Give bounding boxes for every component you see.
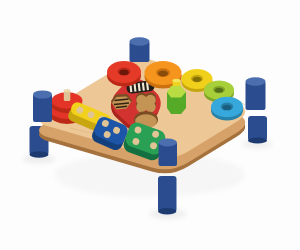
ring-cyan-hole: [223, 105, 232, 110]
flower-hole-floor: [136, 95, 155, 112]
back-leg-top-cap: [130, 37, 150, 45]
back-leg-top: [130, 37, 150, 62]
right-leg: [248, 116, 267, 141]
front-leg-top: [159, 139, 178, 167]
flower-hole: [136, 92, 156, 112]
right-leg-foot: [248, 138, 267, 144]
front-leg: [158, 176, 177, 214]
right-leg-top-cap: [246, 77, 266, 85]
right-leg-top: [246, 77, 266, 110]
ring-cyan: [211, 97, 243, 121]
front-leg-foot: [158, 208, 176, 214]
front-leg-body: [158, 176, 177, 212]
ring-red-hole: [119, 69, 129, 75]
hexagon-block-knob-top: [173, 79, 181, 83]
ring-red: [107, 61, 141, 87]
ring-orange-hole: [158, 70, 168, 76]
stack-peg-top: [64, 89, 71, 92]
product-photo: [0, 0, 300, 250]
ring-green-hole: [215, 88, 223, 93]
ring-yellow-hole: [193, 77, 202, 82]
toy-table-illustration: [0, 0, 300, 250]
left-leg-top-cap: [33, 90, 52, 98]
left-leg-top: [33, 90, 52, 122]
left-leg-foot: [30, 151, 49, 157]
front-leg-top-cap: [159, 139, 177, 147]
